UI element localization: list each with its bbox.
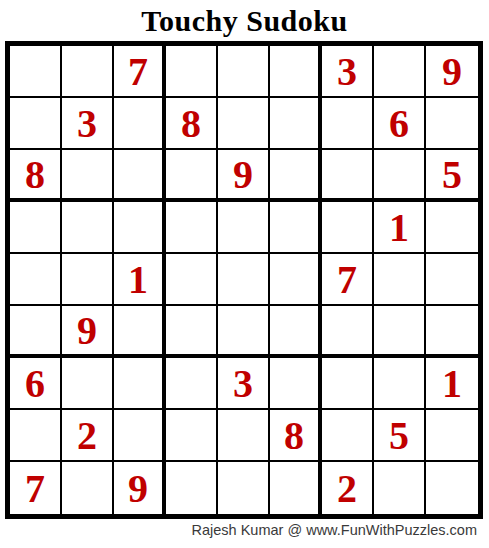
cell-r7c4[interactable] bbox=[166, 358, 218, 410]
cell-r7c7[interactable] bbox=[322, 358, 374, 410]
given-digit-r8c2: 2 bbox=[62, 410, 114, 462]
cell-r1c1[interactable] bbox=[10, 46, 62, 98]
cell-r8c5[interactable] bbox=[218, 410, 270, 462]
cell-r6c4[interactable] bbox=[166, 306, 218, 358]
cell-r7c8[interactable] bbox=[374, 358, 426, 410]
given-digit-r3c1: 8 bbox=[10, 150, 62, 202]
given-digit-r1c7: 3 bbox=[322, 46, 374, 98]
cell-r8c3[interactable] bbox=[114, 410, 166, 462]
given-digit-r6c2: 9 bbox=[62, 306, 114, 358]
given-digit-r3c5: 9 bbox=[218, 150, 270, 202]
cell-r8c1[interactable] bbox=[10, 410, 62, 462]
sudoku-board: 7393868951179631285792 bbox=[5, 41, 483, 519]
cell-r9c4[interactable] bbox=[166, 462, 218, 514]
cell-r4c9[interactable] bbox=[426, 202, 478, 254]
cell-r2c6[interactable] bbox=[270, 98, 322, 150]
cell-r6c6[interactable] bbox=[270, 306, 322, 358]
cell-r1c2[interactable] bbox=[62, 46, 114, 98]
given-digit-r7c1: 6 bbox=[10, 358, 62, 410]
given-digit-r5c7: 7 bbox=[322, 254, 374, 306]
given-digit-r2c2: 3 bbox=[62, 98, 114, 150]
cell-r4c4[interactable] bbox=[166, 202, 218, 254]
cell-r9c8[interactable] bbox=[374, 462, 426, 514]
cell-r5c2[interactable] bbox=[62, 254, 114, 306]
cell-r5c6[interactable] bbox=[270, 254, 322, 306]
cell-r9c6[interactable] bbox=[270, 462, 322, 514]
puzzle-page: Touchy Sudoku 7393868951179631285792 Raj… bbox=[0, 0, 489, 548]
cell-r3c7[interactable] bbox=[322, 150, 374, 202]
cell-r3c4[interactable] bbox=[166, 150, 218, 202]
cell-r6c3[interactable] bbox=[114, 306, 166, 358]
cell-r7c6[interactable] bbox=[270, 358, 322, 410]
credit-text: Rajesh Kumar @ www.FunWithPuzzles.com bbox=[0, 522, 489, 538]
cell-r3c6[interactable] bbox=[270, 150, 322, 202]
cell-r3c3[interactable] bbox=[114, 150, 166, 202]
cell-r4c3[interactable] bbox=[114, 202, 166, 254]
cell-r2c7[interactable] bbox=[322, 98, 374, 150]
cell-r5c1[interactable] bbox=[10, 254, 62, 306]
cell-r1c6[interactable] bbox=[270, 46, 322, 98]
cell-r1c8[interactable] bbox=[374, 46, 426, 98]
cell-r1c5[interactable] bbox=[218, 46, 270, 98]
given-digit-r2c4: 8 bbox=[166, 98, 218, 150]
given-digit-r9c7: 2 bbox=[322, 462, 374, 514]
given-digit-r4c8: 1 bbox=[374, 202, 426, 254]
cell-r5c9[interactable] bbox=[426, 254, 478, 306]
cell-r9c9[interactable] bbox=[426, 462, 478, 514]
cell-r8c9[interactable] bbox=[426, 410, 478, 462]
cell-r6c9[interactable] bbox=[426, 306, 478, 358]
cell-r6c5[interactable] bbox=[218, 306, 270, 358]
cell-r4c1[interactable] bbox=[10, 202, 62, 254]
given-digit-r7c9: 1 bbox=[426, 358, 478, 410]
given-digit-r9c1: 7 bbox=[10, 462, 62, 514]
cell-r9c2[interactable] bbox=[62, 462, 114, 514]
cell-r2c3[interactable] bbox=[114, 98, 166, 150]
cell-r7c2[interactable] bbox=[62, 358, 114, 410]
cell-r7c3[interactable] bbox=[114, 358, 166, 410]
given-digit-r7c5: 3 bbox=[218, 358, 270, 410]
cell-r2c9[interactable] bbox=[426, 98, 478, 150]
cell-r9c5[interactable] bbox=[218, 462, 270, 514]
cell-r5c4[interactable] bbox=[166, 254, 218, 306]
cell-r5c5[interactable] bbox=[218, 254, 270, 306]
cell-r2c1[interactable] bbox=[10, 98, 62, 150]
given-digit-r2c8: 6 bbox=[374, 98, 426, 150]
cell-r2c5[interactable] bbox=[218, 98, 270, 150]
cell-r3c2[interactable] bbox=[62, 150, 114, 202]
given-digit-r9c3: 9 bbox=[114, 462, 166, 514]
given-digit-r8c6: 8 bbox=[270, 410, 322, 462]
given-digit-r8c8: 5 bbox=[374, 410, 426, 462]
cell-r3c8[interactable] bbox=[374, 150, 426, 202]
puzzle-title: Touchy Sudoku bbox=[0, 0, 489, 40]
cell-r4c6[interactable] bbox=[270, 202, 322, 254]
given-digit-r5c3: 1 bbox=[114, 254, 166, 306]
given-digit-r1c3: 7 bbox=[114, 46, 166, 98]
cell-r6c7[interactable] bbox=[322, 306, 374, 358]
given-digit-r1c9: 9 bbox=[426, 46, 478, 98]
cell-r6c8[interactable] bbox=[374, 306, 426, 358]
cell-r8c4[interactable] bbox=[166, 410, 218, 462]
cell-r5c8[interactable] bbox=[374, 254, 426, 306]
cell-r1c4[interactable] bbox=[166, 46, 218, 98]
cell-r4c2[interactable] bbox=[62, 202, 114, 254]
cell-r8c7[interactable] bbox=[322, 410, 374, 462]
cell-r4c7[interactable] bbox=[322, 202, 374, 254]
cell-r4c5[interactable] bbox=[218, 202, 270, 254]
given-digit-r3c9: 5 bbox=[426, 150, 478, 202]
cell-r6c1[interactable] bbox=[10, 306, 62, 358]
